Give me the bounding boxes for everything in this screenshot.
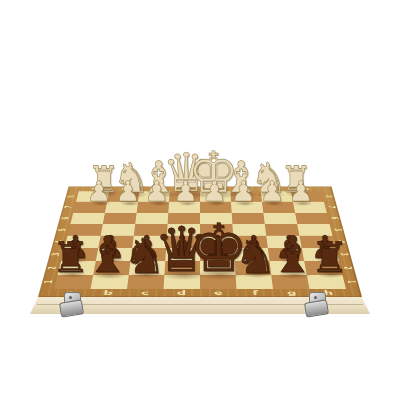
square-d7 bbox=[168, 202, 200, 213]
latch-screw bbox=[314, 296, 317, 299]
square-d5 bbox=[167, 224, 200, 236]
square-c1 bbox=[127, 275, 164, 289]
square-e2 bbox=[200, 261, 236, 275]
square-b7 bbox=[105, 202, 138, 213]
square-h7 bbox=[293, 202, 327, 213]
square-f7 bbox=[231, 202, 263, 213]
square-f3 bbox=[234, 248, 270, 261]
square-a3 bbox=[61, 248, 98, 261]
square-g1 bbox=[271, 275, 309, 289]
square-g5 bbox=[265, 224, 300, 236]
square-g3 bbox=[268, 248, 304, 261]
square-g4 bbox=[266, 236, 301, 248]
square-b1 bbox=[91, 275, 129, 289]
square-a1 bbox=[54, 275, 93, 289]
square-a2 bbox=[58, 261, 96, 275]
square-h5 bbox=[297, 224, 332, 236]
square-b3 bbox=[96, 248, 132, 261]
square-a4 bbox=[64, 236, 100, 248]
file-label-f: f bbox=[237, 289, 274, 296]
square-f1 bbox=[236, 275, 273, 289]
square-g7 bbox=[262, 202, 295, 213]
file-labels-near: abcdefgh bbox=[52, 289, 348, 296]
square-h6 bbox=[295, 212, 330, 223]
square-a5 bbox=[68, 224, 103, 236]
board-squares bbox=[54, 191, 346, 289]
square-b2 bbox=[93, 261, 130, 275]
latch-arm bbox=[304, 299, 329, 317]
square-g8 bbox=[261, 191, 293, 201]
latch-screw bbox=[69, 296, 72, 299]
square-b8 bbox=[107, 191, 139, 201]
file-label-b: b bbox=[89, 289, 127, 296]
square-f4 bbox=[233, 236, 268, 248]
chess-board: abcdefgh abcdefgh 87654321 87654321 bbox=[38, 186, 362, 297]
square-h4 bbox=[299, 236, 335, 248]
square-b5 bbox=[101, 224, 136, 236]
square-a7 bbox=[73, 202, 107, 213]
square-h2 bbox=[304, 261, 342, 275]
square-e6 bbox=[200, 212, 232, 223]
square-f8 bbox=[230, 191, 262, 201]
square-a6 bbox=[70, 212, 105, 223]
square-d4 bbox=[166, 236, 200, 248]
square-d2 bbox=[164, 261, 200, 275]
latch-arm bbox=[59, 299, 84, 317]
square-d8 bbox=[169, 191, 200, 201]
square-a8 bbox=[76, 191, 109, 201]
square-e8 bbox=[200, 191, 231, 201]
square-e1 bbox=[200, 275, 236, 289]
square-h8 bbox=[291, 191, 324, 201]
square-c4 bbox=[132, 236, 167, 248]
square-e4 bbox=[200, 236, 234, 248]
square-d1 bbox=[164, 275, 200, 289]
square-c2 bbox=[129, 261, 165, 275]
square-d3 bbox=[165, 248, 200, 261]
square-d6 bbox=[168, 212, 200, 223]
square-e3 bbox=[200, 248, 235, 261]
square-f5 bbox=[232, 224, 266, 236]
square-g6 bbox=[263, 212, 297, 223]
square-b4 bbox=[98, 236, 133, 248]
file-label-e: e bbox=[200, 289, 237, 296]
square-c8 bbox=[138, 191, 170, 201]
square-e7 bbox=[200, 202, 232, 213]
square-g2 bbox=[269, 261, 306, 275]
square-c6 bbox=[135, 212, 168, 223]
square-h1 bbox=[307, 275, 346, 289]
square-f6 bbox=[232, 212, 265, 223]
file-label-d: d bbox=[163, 289, 200, 296]
square-e5 bbox=[200, 224, 233, 236]
latch-left bbox=[60, 292, 84, 320]
square-c5 bbox=[134, 224, 168, 236]
square-b6 bbox=[103, 212, 137, 223]
square-h3 bbox=[302, 248, 339, 261]
product-photo: abcdefgh abcdefgh 87654321 87654321 ♜♞♝♛… bbox=[0, 0, 400, 400]
file-label-c: c bbox=[126, 289, 163, 296]
square-c3 bbox=[131, 248, 167, 261]
latch-right bbox=[305, 292, 329, 320]
square-f2 bbox=[235, 261, 271, 275]
square-c7 bbox=[137, 202, 169, 213]
